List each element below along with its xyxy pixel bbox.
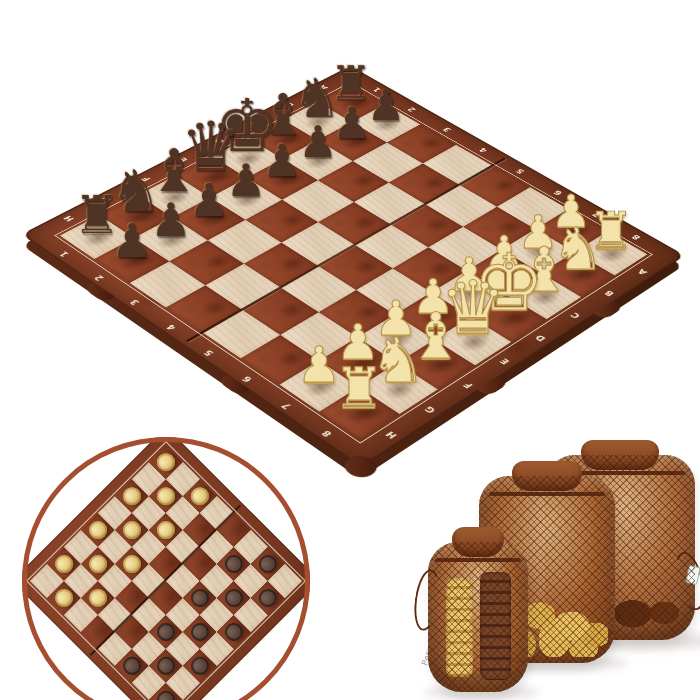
corner-foot bbox=[339, 452, 383, 482]
drawstring-cord bbox=[489, 492, 606, 496]
light-checkers-stack bbox=[446, 578, 473, 677]
coord-label-2: 2 bbox=[88, 271, 111, 285]
coord-label-H: H bbox=[379, 426, 404, 442]
product-photo: HGFEDCBA HGFEDCBA 12345678 12345678 ♜♞♝♛… bbox=[0, 0, 700, 700]
coord-label-E: E bbox=[493, 353, 517, 368]
coord-label-4: 4 bbox=[160, 320, 184, 335]
coord-label-D: D bbox=[529, 330, 553, 345]
coord-label-F: F bbox=[456, 377, 480, 393]
coord-label-G: G bbox=[418, 401, 443, 417]
coord-label-5: 5 bbox=[197, 345, 221, 360]
drawstring-cord bbox=[435, 558, 521, 562]
coord-label-A: A bbox=[631, 265, 654, 279]
coord-label-3: 3 bbox=[123, 295, 147, 309]
chess-board: HGFEDCBA HGFEDCBA 12345678 12345678 bbox=[21, 66, 685, 468]
dark-checkers-stack bbox=[480, 572, 511, 680]
small-mesh-bag bbox=[428, 542, 528, 692]
coord-label-C: C bbox=[564, 308, 587, 322]
coord-label-B: B bbox=[598, 286, 621, 300]
coord-label-1: 1 bbox=[53, 247, 76, 261]
